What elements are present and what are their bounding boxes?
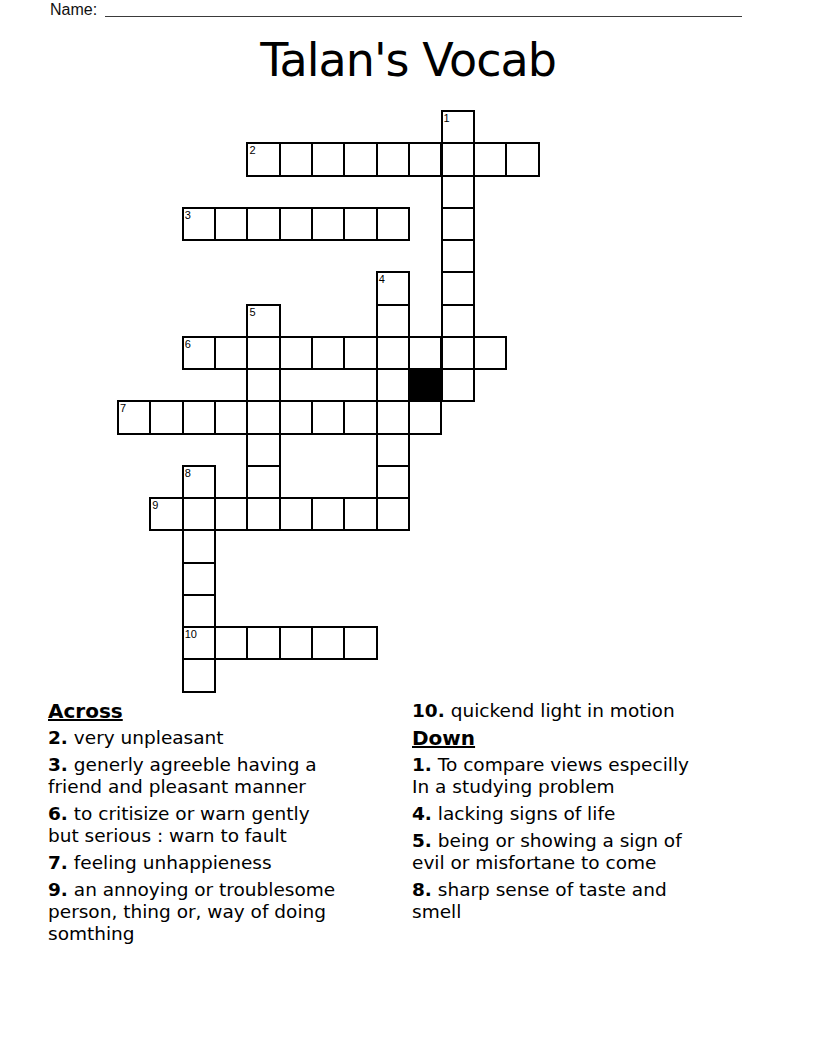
grid-cell[interactable] — [311, 336, 345, 370]
cell-number: 4 — [379, 273, 385, 285]
clue-across-6: 6. to critisize or warn gently but serio… — [48, 803, 406, 847]
clue-number: 8. — [412, 879, 432, 900]
grid-cell[interactable] — [279, 336, 313, 370]
grid-cell[interactable] — [441, 175, 475, 209]
name-label: Name: — [50, 1, 97, 19]
grid-cell[interactable] — [311, 626, 345, 660]
grid-cell[interactable] — [311, 497, 345, 531]
clue-down-5: 5. being or showing a sign of evil or mi… — [412, 830, 778, 874]
grid-cell[interactable] — [246, 207, 280, 241]
grid-cell[interactable] — [473, 142, 507, 176]
clue-number: 5. — [412, 830, 432, 851]
cell-number: 5 — [249, 306, 255, 318]
grid-cell[interactable] — [311, 400, 345, 434]
grid-cell[interactable] — [182, 562, 216, 596]
grid-cell[interactable] — [376, 207, 410, 241]
grid-cell[interactable] — [246, 336, 280, 370]
grid-cell[interactable] — [343, 336, 377, 370]
grid-cell[interactable]: 6 — [182, 336, 216, 370]
cell-number: 1 — [444, 112, 450, 124]
clue-text: very unpleasant — [74, 727, 224, 748]
clue-text: an annoying or troublesome person, thing… — [48, 879, 335, 944]
clue-across-2: 2. very unpleasant — [48, 727, 406, 749]
grid-cell[interactable] — [376, 368, 410, 402]
across-heading: Across — [48, 700, 406, 722]
clue-text: lacking signs of life — [438, 803, 616, 824]
grid-cell[interactable] — [311, 207, 345, 241]
grid-cell[interactable]: 1 — [441, 110, 475, 144]
grid-cell[interactable] — [441, 239, 475, 273]
clue-text: to critisize or warn gently but serious … — [48, 803, 310, 846]
grid-cell[interactable] — [149, 400, 183, 434]
grid-cell[interactable]: 5 — [246, 304, 280, 338]
grid-cell[interactable] — [246, 497, 280, 531]
grid-cell[interactable] — [441, 304, 475, 338]
clue-text: generly agreeble having a friend and ple… — [48, 754, 317, 797]
grid-cell[interactable] — [408, 142, 442, 176]
clue-down-4: 4. lacking signs of life — [412, 803, 778, 825]
grid-cell[interactable] — [214, 626, 248, 660]
grid-cell[interactable] — [246, 433, 280, 467]
clue-across-9: 9. an annoying or troublesome person, th… — [48, 879, 406, 945]
clue-number: 1. — [412, 754, 432, 775]
clue-text: To compare views especilly In a studying… — [412, 754, 689, 797]
grid-cell[interactable] — [311, 142, 345, 176]
grid-cell[interactable]: 10 — [182, 626, 216, 660]
grid-cell[interactable] — [214, 400, 248, 434]
grid-cell[interactable] — [246, 400, 280, 434]
clue-down-1: 1. To compare views especilly In a study… — [412, 754, 778, 798]
cell-number: 2 — [249, 144, 255, 156]
grid-cell[interactable] — [214, 336, 248, 370]
cell-number: 10 — [185, 628, 197, 640]
grid-cell[interactable] — [343, 626, 377, 660]
grid-cell[interactable] — [376, 433, 410, 467]
grid-cell[interactable] — [279, 207, 313, 241]
grid-cell[interactable] — [182, 529, 216, 563]
clue-across-10: 10. quickend light in motion — [412, 700, 778, 722]
grid-cell[interactable]: 3 — [182, 207, 216, 241]
grid-cell[interactable] — [505, 142, 539, 176]
clue-number: 2. — [48, 727, 68, 748]
grid-cell[interactable] — [376, 304, 410, 338]
grid-cell[interactable] — [376, 465, 410, 499]
clue-across-7: 7. feeling unhappieness — [48, 852, 406, 874]
name-fill-in-line[interactable] — [105, 0, 742, 17]
grid-cell[interactable] — [182, 497, 216, 531]
grid-cell[interactable] — [441, 142, 475, 176]
clue-down-8: 8. sharp sense of taste and smell — [412, 879, 778, 923]
grid-cell[interactable] — [343, 497, 377, 531]
grid-cell[interactable]: 8 — [182, 465, 216, 499]
grid-cell[interactable] — [343, 207, 377, 241]
grid-cell[interactable] — [279, 142, 313, 176]
grid-cell[interactable] — [441, 271, 475, 305]
cell-number: 8 — [185, 467, 191, 479]
grid-cell[interactable] — [182, 658, 216, 692]
grid-cell[interactable] — [408, 400, 442, 434]
down-heading: Down — [412, 727, 778, 749]
grid-cell[interactable] — [376, 336, 410, 370]
grid-cell[interactable]: 2 — [246, 142, 280, 176]
grid-cell[interactable] — [246, 465, 280, 499]
grid-cell[interactable]: 4 — [376, 271, 410, 305]
grid-cell[interactable] — [214, 497, 248, 531]
crossword-grid: 12345678910 — [117, 110, 541, 693]
clue-number: 4. — [412, 803, 432, 824]
grid-cell[interactable] — [279, 626, 313, 660]
grid-cell[interactable] — [408, 336, 442, 370]
grid-cell[interactable] — [343, 400, 377, 434]
worksheet-page: Name: Talan's Vocab 12345678910 Across 2… — [0, 0, 816, 1056]
black-cell — [408, 368, 442, 402]
grid-cell[interactable] — [441, 207, 475, 241]
clue-number: 9. — [48, 879, 68, 900]
clue-number: 7. — [48, 852, 68, 873]
clue-text: being or showing a sign of evil or misfo… — [412, 830, 682, 873]
cell-number: 9 — [152, 499, 158, 511]
grid-cell[interactable] — [214, 207, 248, 241]
grid-cell[interactable] — [441, 368, 475, 402]
grid-cell[interactable] — [441, 336, 475, 370]
grid-cell[interactable] — [376, 400, 410, 434]
page-title: Talan's Vocab — [0, 33, 816, 87]
grid-cell[interactable] — [279, 400, 313, 434]
clue-number: 10. — [412, 700, 445, 721]
grid-cell[interactable] — [343, 142, 377, 176]
clue-number: 6. — [48, 803, 68, 824]
clues-left-column: Across 2. very unpleasant 3. generly agr… — [48, 700, 406, 950]
clue-text: quickend light in motion — [451, 700, 675, 721]
clue-text: feeling unhappieness — [74, 852, 272, 873]
grid-cell[interactable]: 9 — [149, 497, 183, 531]
cell-number: 7 — [120, 402, 126, 414]
grid-cell[interactable] — [376, 142, 410, 176]
clue-number: 3. — [48, 754, 68, 775]
clue-text: sharp sense of taste and smell — [412, 879, 667, 922]
grid-cell[interactable] — [182, 594, 216, 628]
grid-cell[interactable] — [246, 368, 280, 402]
cell-number: 6 — [185, 338, 191, 350]
grid-cell[interactable]: 7 — [117, 400, 151, 434]
clues-right-column: 10. quickend light in motion Down 1. To … — [412, 700, 778, 928]
cell-number: 3 — [185, 209, 191, 221]
grid-cell[interactable] — [279, 497, 313, 531]
grid-cell[interactable] — [376, 497, 410, 531]
grid-cell[interactable] — [473, 336, 507, 370]
grid-cell[interactable] — [246, 626, 280, 660]
clue-across-3: 3. generly agreeble having a friend and … — [48, 754, 406, 798]
grid-cell[interactable] — [182, 400, 216, 434]
